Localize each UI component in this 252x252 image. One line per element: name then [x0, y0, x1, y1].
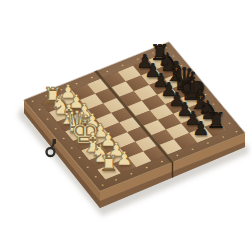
piece-white-rook[interactable]: ♜	[99, 153, 119, 175]
pieces-layer: ♜♟♞♟♝♟♛♟♟♚♜♟♟♝♞♟♟♞♝♟♟♜♛♟♟♚♟♝♟♞♟♜	[0, 0, 252, 252]
chess-set-product-photo: ♜♟♞♟♝♟♛♟♟♚♜♟♟♝♞♟♟♞♝♟♟♜♛♟♟♚♟♝♟♞♟♜	[0, 0, 252, 252]
piece-black-pawn[interactable]: ♟	[192, 119, 209, 138]
